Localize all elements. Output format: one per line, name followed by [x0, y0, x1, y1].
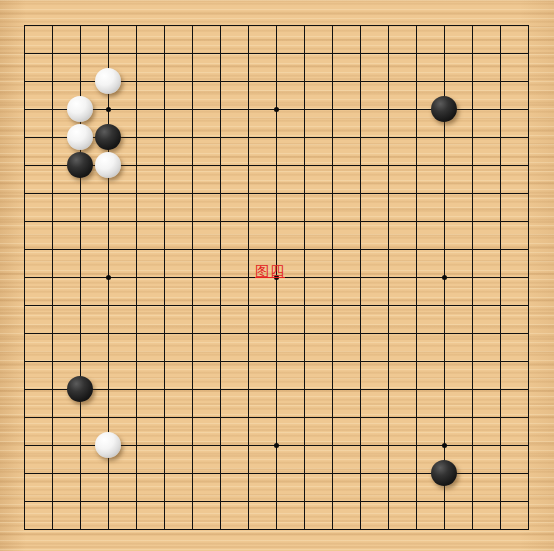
intersection-B3[interactable]	[38, 459, 66, 487]
intersection-D7[interactable]	[94, 347, 122, 375]
intersection-J9[interactable]	[234, 291, 262, 319]
intersection-T7[interactable]	[514, 347, 542, 375]
intersection-H15[interactable]	[206, 123, 234, 151]
intersection-G6[interactable]	[178, 375, 206, 403]
intersection-F7[interactable]	[150, 347, 178, 375]
intersection-C2[interactable]	[66, 487, 94, 515]
intersection-E10[interactable]	[122, 263, 150, 291]
intersection-A19[interactable]	[10, 11, 38, 39]
intersection-S8[interactable]	[486, 319, 514, 347]
intersection-S6[interactable]	[486, 375, 514, 403]
intersection-T12[interactable]	[514, 207, 542, 235]
intersection-A11[interactable]	[10, 235, 38, 263]
intersection-D15[interactable]	[94, 123, 122, 151]
intersection-P4[interactable]	[402, 431, 430, 459]
intersection-B13[interactable]	[38, 179, 66, 207]
intersection-G9[interactable]	[178, 291, 206, 319]
intersection-L6[interactable]	[290, 375, 318, 403]
intersection-P12[interactable]	[402, 207, 430, 235]
intersection-L10[interactable]	[290, 263, 318, 291]
intersection-A8[interactable]	[10, 319, 38, 347]
intersection-E3[interactable]	[122, 459, 150, 487]
intersection-O19[interactable]	[374, 11, 402, 39]
intersection-Q11[interactable]	[430, 235, 458, 263]
intersection-S15[interactable]	[486, 123, 514, 151]
intersection-C16[interactable]	[66, 95, 94, 123]
intersection-E7[interactable]	[122, 347, 150, 375]
intersection-R5[interactable]	[458, 403, 486, 431]
intersection-M5[interactable]	[318, 403, 346, 431]
intersection-Q13[interactable]	[430, 179, 458, 207]
intersection-S1[interactable]	[486, 515, 514, 543]
intersection-S12[interactable]	[486, 207, 514, 235]
intersection-B14[interactable]	[38, 151, 66, 179]
intersection-N12[interactable]	[346, 207, 374, 235]
intersection-P2[interactable]	[402, 487, 430, 515]
intersection-P18[interactable]	[402, 39, 430, 67]
intersection-Q14[interactable]	[430, 151, 458, 179]
intersection-E17[interactable]	[122, 67, 150, 95]
intersection-J2[interactable]	[234, 487, 262, 515]
intersection-N15[interactable]	[346, 123, 374, 151]
intersection-F1[interactable]	[150, 515, 178, 543]
intersection-R8[interactable]	[458, 319, 486, 347]
intersection-B12[interactable]	[38, 207, 66, 235]
intersection-G13[interactable]	[178, 179, 206, 207]
intersection-E13[interactable]	[122, 179, 150, 207]
intersection-H17[interactable]	[206, 67, 234, 95]
intersection-H9[interactable]	[206, 291, 234, 319]
intersection-P9[interactable]	[402, 291, 430, 319]
intersection-B1[interactable]	[38, 515, 66, 543]
intersection-G8[interactable]	[178, 319, 206, 347]
intersection-P6[interactable]	[402, 375, 430, 403]
white-stone-D4[interactable]	[95, 432, 121, 458]
intersection-Q3[interactable]	[430, 459, 458, 487]
intersection-S10[interactable]	[486, 263, 514, 291]
intersection-O4[interactable]	[374, 431, 402, 459]
intersection-R2[interactable]	[458, 487, 486, 515]
intersection-E6[interactable]	[122, 375, 150, 403]
intersection-P8[interactable]	[402, 319, 430, 347]
intersection-C17[interactable]	[66, 67, 94, 95]
intersection-K3[interactable]	[262, 459, 290, 487]
intersection-A18[interactable]	[10, 39, 38, 67]
intersection-K12[interactable]	[262, 207, 290, 235]
black-stone-D15[interactable]	[95, 124, 121, 150]
intersection-C6[interactable]	[66, 375, 94, 403]
intersection-M11[interactable]	[318, 235, 346, 263]
intersection-S19[interactable]	[486, 11, 514, 39]
white-stone-C15[interactable]	[67, 124, 93, 150]
intersection-F9[interactable]	[150, 291, 178, 319]
intersection-F10[interactable]	[150, 263, 178, 291]
intersection-A2[interactable]	[10, 487, 38, 515]
intersection-A14[interactable]	[10, 151, 38, 179]
intersection-P3[interactable]	[402, 459, 430, 487]
intersection-A6[interactable]	[10, 375, 38, 403]
intersection-J8[interactable]	[234, 319, 262, 347]
intersection-A3[interactable]	[10, 459, 38, 487]
intersection-D2[interactable]	[94, 487, 122, 515]
intersection-Q16[interactable]	[430, 95, 458, 123]
intersection-F17[interactable]	[150, 67, 178, 95]
intersection-N1[interactable]	[346, 515, 374, 543]
intersection-J1[interactable]	[234, 515, 262, 543]
intersection-N11[interactable]	[346, 235, 374, 263]
intersection-R4[interactable]	[458, 431, 486, 459]
intersection-S3[interactable]	[486, 459, 514, 487]
intersection-K15[interactable]	[262, 123, 290, 151]
intersection-T17[interactable]	[514, 67, 542, 95]
intersection-J6[interactable]	[234, 375, 262, 403]
intersection-K5[interactable]	[262, 403, 290, 431]
intersection-B7[interactable]	[38, 347, 66, 375]
intersection-O16[interactable]	[374, 95, 402, 123]
intersection-O10[interactable]	[374, 263, 402, 291]
intersection-E2[interactable]	[122, 487, 150, 515]
intersection-F12[interactable]	[150, 207, 178, 235]
intersection-E12[interactable]	[122, 207, 150, 235]
intersection-D16[interactable]	[94, 95, 122, 123]
intersection-L12[interactable]	[290, 207, 318, 235]
intersection-M4[interactable]	[318, 431, 346, 459]
intersection-P5[interactable]	[402, 403, 430, 431]
intersection-G2[interactable]	[178, 487, 206, 515]
intersection-M18[interactable]	[318, 39, 346, 67]
intersection-O11[interactable]	[374, 235, 402, 263]
intersection-T3[interactable]	[514, 459, 542, 487]
intersection-H7[interactable]	[206, 347, 234, 375]
intersection-R9[interactable]	[458, 291, 486, 319]
black-stone-C6[interactable]	[67, 376, 93, 402]
intersection-L2[interactable]	[290, 487, 318, 515]
intersection-S13[interactable]	[486, 179, 514, 207]
intersection-R14[interactable]	[458, 151, 486, 179]
white-stone-C16[interactable]	[67, 96, 93, 122]
intersection-A10[interactable]	[10, 263, 38, 291]
intersection-J16[interactable]	[234, 95, 262, 123]
intersection-N6[interactable]	[346, 375, 374, 403]
intersection-M1[interactable]	[318, 515, 346, 543]
intersection-G4[interactable]	[178, 431, 206, 459]
intersection-L13[interactable]	[290, 179, 318, 207]
intersection-J17[interactable]	[234, 67, 262, 95]
intersection-O6[interactable]	[374, 375, 402, 403]
intersection-A4[interactable]	[10, 431, 38, 459]
intersection-L8[interactable]	[290, 319, 318, 347]
intersection-L11[interactable]	[290, 235, 318, 263]
intersection-C14[interactable]	[66, 151, 94, 179]
intersection-G1[interactable]	[178, 515, 206, 543]
intersection-N19[interactable]	[346, 11, 374, 39]
intersection-O1[interactable]	[374, 515, 402, 543]
intersection-R11[interactable]	[458, 235, 486, 263]
intersection-F3[interactable]	[150, 459, 178, 487]
black-stone-Q16[interactable]	[431, 96, 457, 122]
intersection-B18[interactable]	[38, 39, 66, 67]
intersection-F18[interactable]	[150, 39, 178, 67]
intersection-L19[interactable]	[290, 11, 318, 39]
intersection-L4[interactable]	[290, 431, 318, 459]
intersection-E8[interactable]	[122, 319, 150, 347]
intersection-K11[interactable]	[262, 235, 290, 263]
intersection-M8[interactable]	[318, 319, 346, 347]
white-stone-D14[interactable]	[95, 152, 121, 178]
intersection-L14[interactable]	[290, 151, 318, 179]
intersection-O15[interactable]	[374, 123, 402, 151]
intersection-H1[interactable]	[206, 515, 234, 543]
intersection-R1[interactable]	[458, 515, 486, 543]
intersection-K6[interactable]	[262, 375, 290, 403]
intersection-R13[interactable]	[458, 179, 486, 207]
intersection-P11[interactable]	[402, 235, 430, 263]
intersection-S11[interactable]	[486, 235, 514, 263]
intersection-Q18[interactable]	[430, 39, 458, 67]
intersection-S4[interactable]	[486, 431, 514, 459]
intersection-O14[interactable]	[374, 151, 402, 179]
intersection-J3[interactable]	[234, 459, 262, 487]
black-stone-Q3[interactable]	[431, 460, 457, 486]
intersection-B5[interactable]	[38, 403, 66, 431]
intersection-N17[interactable]	[346, 67, 374, 95]
intersection-P14[interactable]	[402, 151, 430, 179]
intersection-P7[interactable]	[402, 347, 430, 375]
intersection-G11[interactable]	[178, 235, 206, 263]
intersection-F2[interactable]	[150, 487, 178, 515]
intersection-K17[interactable]	[262, 67, 290, 95]
intersection-T10[interactable]	[514, 263, 542, 291]
intersection-R18[interactable]	[458, 39, 486, 67]
intersection-T13[interactable]	[514, 179, 542, 207]
intersection-B17[interactable]	[38, 67, 66, 95]
intersection-K7[interactable]	[262, 347, 290, 375]
intersection-J4[interactable]	[234, 431, 262, 459]
intersection-H11[interactable]	[206, 235, 234, 263]
intersection-B10[interactable]	[38, 263, 66, 291]
intersection-H5[interactable]	[206, 403, 234, 431]
intersection-J19[interactable]	[234, 11, 262, 39]
intersection-S2[interactable]	[486, 487, 514, 515]
intersection-G17[interactable]	[178, 67, 206, 95]
intersection-Q10[interactable]	[430, 263, 458, 291]
intersection-F15[interactable]	[150, 123, 178, 151]
intersection-Q9[interactable]	[430, 291, 458, 319]
intersection-T14[interactable]	[514, 151, 542, 179]
intersection-H16[interactable]	[206, 95, 234, 123]
intersection-E11[interactable]	[122, 235, 150, 263]
intersection-G15[interactable]	[178, 123, 206, 151]
intersection-E15[interactable]	[122, 123, 150, 151]
intersection-P15[interactable]	[402, 123, 430, 151]
intersection-Q1[interactable]	[430, 515, 458, 543]
white-stone-D17[interactable]	[95, 68, 121, 94]
intersection-F16[interactable]	[150, 95, 178, 123]
intersection-O12[interactable]	[374, 207, 402, 235]
intersection-F13[interactable]	[150, 179, 178, 207]
intersection-H4[interactable]	[206, 431, 234, 459]
intersection-K19[interactable]	[262, 11, 290, 39]
intersection-O18[interactable]	[374, 39, 402, 67]
intersection-C9[interactable]	[66, 291, 94, 319]
intersection-Q4[interactable]	[430, 431, 458, 459]
intersection-F4[interactable]	[150, 431, 178, 459]
intersection-C13[interactable]	[66, 179, 94, 207]
intersection-J11[interactable]	[234, 235, 262, 263]
intersection-F11[interactable]	[150, 235, 178, 263]
black-stone-C14[interactable]	[67, 152, 93, 178]
intersection-S14[interactable]	[486, 151, 514, 179]
intersection-Q17[interactable]	[430, 67, 458, 95]
intersection-M15[interactable]	[318, 123, 346, 151]
intersection-G16[interactable]	[178, 95, 206, 123]
intersection-H6[interactable]	[206, 375, 234, 403]
intersection-J7[interactable]	[234, 347, 262, 375]
intersection-L15[interactable]	[290, 123, 318, 151]
intersection-T6[interactable]	[514, 375, 542, 403]
intersection-T1[interactable]	[514, 515, 542, 543]
intersection-P16[interactable]	[402, 95, 430, 123]
intersection-D1[interactable]	[94, 515, 122, 543]
intersection-H10[interactable]	[206, 263, 234, 291]
intersection-R17[interactable]	[458, 67, 486, 95]
intersection-C18[interactable]	[66, 39, 94, 67]
intersection-D11[interactable]	[94, 235, 122, 263]
intersection-H13[interactable]	[206, 179, 234, 207]
intersection-G7[interactable]	[178, 347, 206, 375]
intersection-N13[interactable]	[346, 179, 374, 207]
intersection-B15[interactable]	[38, 123, 66, 151]
intersection-O17[interactable]	[374, 67, 402, 95]
intersection-O2[interactable]	[374, 487, 402, 515]
intersection-T8[interactable]	[514, 319, 542, 347]
intersection-B11[interactable]	[38, 235, 66, 263]
intersection-Q2[interactable]	[430, 487, 458, 515]
intersection-J12[interactable]	[234, 207, 262, 235]
intersection-N7[interactable]	[346, 347, 374, 375]
intersection-L5[interactable]	[290, 403, 318, 431]
intersection-C1[interactable]	[66, 515, 94, 543]
intersection-G18[interactable]	[178, 39, 206, 67]
intersection-F6[interactable]	[150, 375, 178, 403]
intersection-G19[interactable]	[178, 11, 206, 39]
intersection-E19[interactable]	[122, 11, 150, 39]
intersection-B6[interactable]	[38, 375, 66, 403]
intersection-O13[interactable]	[374, 179, 402, 207]
intersection-D5[interactable]	[94, 403, 122, 431]
intersection-A7[interactable]	[10, 347, 38, 375]
intersection-D4[interactable]	[94, 431, 122, 459]
intersection-N14[interactable]	[346, 151, 374, 179]
intersection-S16[interactable]	[486, 95, 514, 123]
intersection-N4[interactable]	[346, 431, 374, 459]
intersection-Q15[interactable]	[430, 123, 458, 151]
intersection-S7[interactable]	[486, 347, 514, 375]
intersection-A5[interactable]	[10, 403, 38, 431]
intersection-T9[interactable]	[514, 291, 542, 319]
intersection-P1[interactable]	[402, 515, 430, 543]
intersection-E14[interactable]	[122, 151, 150, 179]
intersection-L7[interactable]	[290, 347, 318, 375]
intersection-C4[interactable]	[66, 431, 94, 459]
intersection-F8[interactable]	[150, 319, 178, 347]
intersection-J13[interactable]	[234, 179, 262, 207]
intersection-T2[interactable]	[514, 487, 542, 515]
intersection-K13[interactable]	[262, 179, 290, 207]
intersection-P19[interactable]	[402, 11, 430, 39]
intersection-R7[interactable]	[458, 347, 486, 375]
intersection-N10[interactable]	[346, 263, 374, 291]
intersection-G5[interactable]	[178, 403, 206, 431]
intersection-G12[interactable]	[178, 207, 206, 235]
intersection-E18[interactable]	[122, 39, 150, 67]
intersection-P17[interactable]	[402, 67, 430, 95]
intersection-H14[interactable]	[206, 151, 234, 179]
intersection-K4[interactable]	[262, 431, 290, 459]
intersection-C11[interactable]	[66, 235, 94, 263]
intersection-H3[interactable]	[206, 459, 234, 487]
intersection-S9[interactable]	[486, 291, 514, 319]
intersection-C19[interactable]	[66, 11, 94, 39]
intersection-A13[interactable]	[10, 179, 38, 207]
intersection-J5[interactable]	[234, 403, 262, 431]
intersection-M3[interactable]	[318, 459, 346, 487]
intersection-F5[interactable]	[150, 403, 178, 431]
intersection-R19[interactable]	[458, 11, 486, 39]
intersection-N5[interactable]	[346, 403, 374, 431]
intersection-C10[interactable]	[66, 263, 94, 291]
intersection-Q19[interactable]	[430, 11, 458, 39]
intersection-T15[interactable]	[514, 123, 542, 151]
intersection-B19[interactable]	[38, 11, 66, 39]
intersection-C15[interactable]	[66, 123, 94, 151]
intersection-D18[interactable]	[94, 39, 122, 67]
intersection-N8[interactable]	[346, 319, 374, 347]
intersection-N9[interactable]	[346, 291, 374, 319]
intersection-D12[interactable]	[94, 207, 122, 235]
intersection-Q7[interactable]	[430, 347, 458, 375]
intersection-R10[interactable]	[458, 263, 486, 291]
intersection-N16[interactable]	[346, 95, 374, 123]
intersection-Q8[interactable]	[430, 319, 458, 347]
intersection-H19[interactable]	[206, 11, 234, 39]
intersection-B16[interactable]	[38, 95, 66, 123]
intersection-O3[interactable]	[374, 459, 402, 487]
intersection-P13[interactable]	[402, 179, 430, 207]
intersection-Q5[interactable]	[430, 403, 458, 431]
intersection-K8[interactable]	[262, 319, 290, 347]
intersection-H8[interactable]	[206, 319, 234, 347]
intersection-K16[interactable]	[262, 95, 290, 123]
intersection-L17[interactable]	[290, 67, 318, 95]
intersection-H2[interactable]	[206, 487, 234, 515]
intersection-M12[interactable]	[318, 207, 346, 235]
intersection-Q6[interactable]	[430, 375, 458, 403]
intersection-C5[interactable]	[66, 403, 94, 431]
intersection-G10[interactable]	[178, 263, 206, 291]
intersection-A1[interactable]	[10, 515, 38, 543]
intersection-S17[interactable]	[486, 67, 514, 95]
intersection-H12[interactable]	[206, 207, 234, 235]
intersection-D17[interactable]	[94, 67, 122, 95]
intersection-M9[interactable]	[318, 291, 346, 319]
intersection-R12[interactable]	[458, 207, 486, 235]
intersection-G14[interactable]	[178, 151, 206, 179]
intersection-M14[interactable]	[318, 151, 346, 179]
intersection-L1[interactable]	[290, 515, 318, 543]
intersection-M2[interactable]	[318, 487, 346, 515]
intersection-K1[interactable]	[262, 515, 290, 543]
